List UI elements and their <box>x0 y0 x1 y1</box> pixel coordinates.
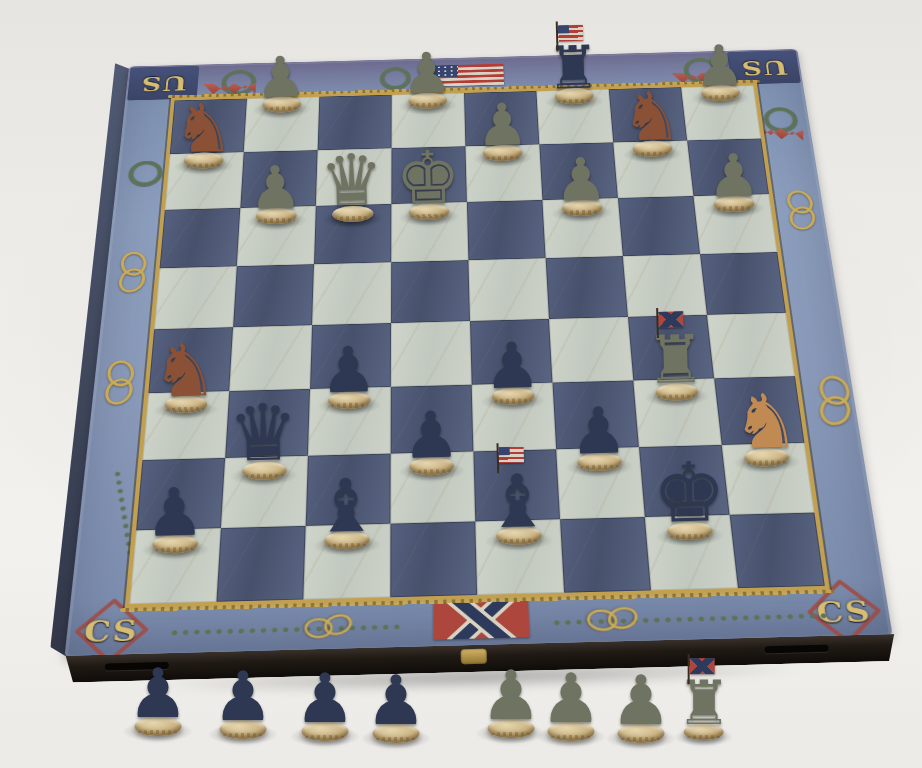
piece-gray-pawn-d8[interactable]: ♟ <box>401 47 453 109</box>
piece-blue-knight-h2[interactable]: ♞ <box>731 387 800 468</box>
gray-pawn-icon: ♟ <box>541 668 602 731</box>
captured-gray-pawn[interactable]: ♟ <box>541 668 602 741</box>
square-h1[interactable] <box>730 513 825 589</box>
blue-queen-icon: ♛ <box>227 397 299 471</box>
piece-blue-pawn-f2[interactable]: ♟ <box>569 401 628 471</box>
piece-gray-pawn-b6[interactable]: ♟ <box>248 160 303 224</box>
square-f5[interactable] <box>546 256 628 319</box>
gray-knight-icon: ♞ <box>621 86 683 149</box>
square-e5[interactable] <box>468 258 549 321</box>
piece-gray-pawn-b8[interactable]: ♟ <box>255 51 307 113</box>
gray-pawn-icon: ♟ <box>611 670 672 733</box>
blue-knight-icon: ♞ <box>151 336 218 405</box>
piece-gray-rook-g3[interactable]: ♜ <box>645 329 706 401</box>
gold-knot-right-1 <box>784 190 815 230</box>
captured-blue-pawn[interactable]: ♟ <box>213 666 274 739</box>
gray-rook-icon: ♜ <box>645 329 706 391</box>
flag-cloth <box>499 447 524 464</box>
flag-cloth <box>558 25 583 42</box>
gray-pawn-icon: ♟ <box>248 160 302 216</box>
piece-gray-pawn-f6[interactable]: ♟ <box>554 152 609 216</box>
civil-war-chess-photo: US US CS CS <box>0 0 922 768</box>
flag-cloth <box>659 312 684 329</box>
square-d1[interactable] <box>390 521 477 597</box>
captured-blue-pawn[interactable]: ♟ <box>128 663 189 736</box>
piece-gray-pawn-h8[interactable]: ♟ <box>694 40 746 102</box>
square-b1[interactable] <box>216 526 305 602</box>
piece-gray-knight-g7[interactable]: ♞ <box>621 86 683 158</box>
piece-blue-pawn-a1[interactable]: ♟ <box>144 482 205 554</box>
square-d4[interactable] <box>391 321 472 387</box>
gray-king-icon: ♚ <box>394 143 461 212</box>
square-h5[interactable] <box>700 252 786 315</box>
square-c5[interactable] <box>312 262 391 325</box>
gray-pawn-icon: ♟ <box>554 152 608 208</box>
gray-queen-icon: ♛ <box>319 147 384 214</box>
square-a5[interactable] <box>154 266 237 329</box>
blue-pawn-icon: ♟ <box>402 406 461 466</box>
gray-knight-icon: ♞ <box>172 97 234 160</box>
gold-knot-left-2 <box>102 360 133 405</box>
piece-blue-knight-a3[interactable]: ♞ <box>151 336 218 414</box>
piece-blue-bishop-c1[interactable]: ♝ <box>312 471 379 550</box>
flag-cloth <box>690 658 715 674</box>
piece-gray-king-d6[interactable]: ♚ <box>394 143 461 221</box>
gray-pawn-icon: ♟ <box>481 665 542 728</box>
blue-pawn-icon: ♟ <box>128 663 189 726</box>
captured-gray-rook[interactable]: ♜ <box>677 675 732 740</box>
piece-blue-bishop-e1[interactable]: ♝ <box>484 467 551 546</box>
square-h4[interactable] <box>707 313 795 379</box>
wreath-left-border <box>127 160 163 186</box>
gray-rook-icon: ♜ <box>677 675 732 731</box>
piece-gray-pawn-h6[interactable]: ♟ <box>706 148 761 212</box>
piece-blue-queen-b2[interactable]: ♛ <box>227 397 299 480</box>
laurel-near-left <box>169 621 403 640</box>
blue-pawn-icon: ♟ <box>144 482 205 544</box>
blue-rook-icon: ♜ <box>546 41 600 97</box>
piece-gray-knight-a7[interactable]: ♞ <box>172 97 234 169</box>
piece-blue-pawn-c3[interactable]: ♟ <box>320 341 378 410</box>
blue-pawn-icon: ♟ <box>320 341 378 400</box>
square-b4[interactable] <box>229 325 312 391</box>
gold-knot-right-2 <box>817 375 848 426</box>
blue-pawn-icon: ♟ <box>569 401 628 461</box>
blue-bishop-icon: ♝ <box>484 467 551 536</box>
gold-knot-left-1 <box>116 251 146 293</box>
square-g5[interactable] <box>623 254 707 317</box>
square-a6[interactable] <box>160 208 241 268</box>
piece-blue-rook-f8[interactable]: ♜ <box>546 41 601 105</box>
blue-king-icon: ♚ <box>652 454 727 531</box>
square-f4[interactable] <box>549 317 633 383</box>
front-slot-right <box>765 645 829 654</box>
square-g6[interactable] <box>618 196 700 256</box>
gray-pawn-icon: ♟ <box>255 51 307 104</box>
piece-blue-pawn-d2[interactable]: ♟ <box>402 406 461 476</box>
gray-pawn-icon: ♟ <box>694 40 746 93</box>
piece-blue-pawn-e3[interactable]: ♟ <box>483 337 541 406</box>
captured-blue-pawn[interactable]: ♟ <box>366 670 427 743</box>
blue-bishop-icon: ♝ <box>312 471 379 540</box>
blue-pawn-icon: ♟ <box>366 670 427 733</box>
blue-knight-icon: ♞ <box>731 387 800 458</box>
gray-pawn-icon: ♟ <box>476 98 529 153</box>
blue-pawn-icon: ♟ <box>295 668 356 731</box>
piece-blue-king-g1[interactable]: ♚ <box>652 454 728 541</box>
cs-label-left: CS <box>82 613 140 649</box>
near-left-corner-panel: CS <box>67 605 156 656</box>
confederate-battle-flag <box>433 600 529 639</box>
board-tilt-wrapper: US US CS CS <box>0 0 922 768</box>
blue-pawn-icon: ♟ <box>483 337 541 396</box>
captured-blue-pawn[interactable]: ♟ <box>295 668 356 741</box>
gray-pawn-icon: ♟ <box>706 148 760 204</box>
us-label-right: US <box>739 55 789 79</box>
captured-gray-pawn[interactable]: ♟ <box>481 665 542 738</box>
gray-pawn-icon: ♟ <box>401 47 453 100</box>
piece-gray-queen-c6[interactable]: ♛ <box>319 147 385 223</box>
blue-pawn-icon: ♟ <box>213 666 274 729</box>
square-d5[interactable] <box>391 260 470 323</box>
piece-gray-pawn-e7[interactable]: ♟ <box>476 98 530 162</box>
square-b5[interactable] <box>233 264 314 327</box>
square-e6[interactable] <box>467 200 546 260</box>
square-f1[interactable] <box>560 517 651 593</box>
captured-gray-pawn[interactable]: ♟ <box>611 670 672 743</box>
